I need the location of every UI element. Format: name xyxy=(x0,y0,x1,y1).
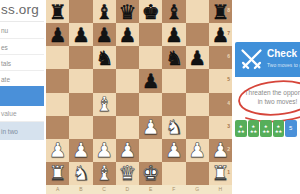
puzzle-tile-complete-3[interactable]: ★★★ xyxy=(260,120,272,137)
black-pawn[interactable]: ♟ xyxy=(118,25,136,45)
black-pawn[interactable]: ♟ xyxy=(142,71,160,91)
square-e4[interactable] xyxy=(139,93,162,116)
black-knight[interactable]: ♞ xyxy=(95,48,113,68)
sidebar-item[interactable]: in two xyxy=(0,122,44,140)
square-a3[interactable] xyxy=(46,116,69,139)
square-c1[interactable]: ♝ xyxy=(93,162,116,185)
black-queen[interactable]: ♛ xyxy=(118,2,136,22)
file-label-a: A xyxy=(53,186,63,192)
square-f3[interactable]: ♞ xyxy=(162,116,185,139)
square-d7[interactable]: ♟ xyxy=(116,23,139,46)
white-pawn[interactable]: ♟ xyxy=(165,140,183,160)
white-bishop[interactable]: ♝ xyxy=(95,94,113,114)
app-window: ss.org nu es tals ate value in two ♜♝♛♚♝… xyxy=(0,0,300,194)
puzzle-header: Check in two Two moves to give xyxy=(235,42,300,77)
site-logo[interactable]: ss.org xyxy=(1,2,39,17)
sidebar-item[interactable]: tals xyxy=(0,56,44,71)
square-b3[interactable] xyxy=(69,116,92,139)
board-squares: ♜♝♛♚♝♜♟♟♟♟♟♟♞♞♟♟♝♟♞♟♟♟♟♟♟♟♜♞♝♛♚♜ xyxy=(46,0,232,185)
square-f7[interactable]: ♟ xyxy=(162,23,185,46)
star-icons: ★★ xyxy=(248,129,260,134)
sidebar-item-menu[interactable]: nu xyxy=(0,23,44,39)
rank-label-4: 4 xyxy=(224,100,230,106)
puzzle-tile-complete-1[interactable]: ★★★ xyxy=(235,120,247,137)
square-c4[interactable]: ♝ xyxy=(93,93,116,116)
black-pawn[interactable]: ♟ xyxy=(49,25,67,45)
square-a5[interactable] xyxy=(46,69,69,92)
square-b6[interactable] xyxy=(69,46,92,69)
square-a6[interactable] xyxy=(46,46,69,69)
square-g8[interactable] xyxy=(186,0,209,23)
square-g1[interactable] xyxy=(186,162,209,185)
square-b5[interactable] xyxy=(69,69,92,92)
square-e3[interactable]: ♟ xyxy=(139,116,162,139)
square-d2[interactable]: ♟ xyxy=(116,139,139,162)
square-e7[interactable] xyxy=(139,23,162,46)
square-d4[interactable] xyxy=(116,93,139,116)
white-knight[interactable]: ♞ xyxy=(165,117,183,137)
rank-label-2: 2 xyxy=(224,146,230,152)
square-a7[interactable]: ♟ xyxy=(46,23,69,46)
square-d1[interactable]: ♛ xyxy=(116,162,139,185)
square-f6[interactable]: ♞ xyxy=(162,46,185,69)
chess-board: ♜♝♛♚♝♜♟♟♟♟♟♟♞♞♟♟♝♟♞♟♟♟♟♟♟♟♜♞♝♛♚♜ 8765432… xyxy=(46,0,232,194)
black-king[interactable]: ♚ xyxy=(142,2,160,22)
star-icons: ★★ xyxy=(273,129,285,134)
rank-label-7: 7 xyxy=(224,30,230,36)
black-pawn[interactable]: ♟ xyxy=(72,25,90,45)
file-label-d: D xyxy=(122,186,132,192)
puzzle-progress: ★★★★★★★★★★★★5 xyxy=(235,120,297,137)
square-c5[interactable] xyxy=(93,69,116,92)
square-d5[interactable] xyxy=(116,69,139,92)
square-a1[interactable]: ♜ xyxy=(46,162,69,185)
sidebar-item[interactable]: value xyxy=(0,106,44,122)
square-g5[interactable] xyxy=(186,69,209,92)
square-f4[interactable] xyxy=(162,93,185,116)
rank-label-3: 3 xyxy=(224,123,230,129)
divider xyxy=(0,21,44,22)
puzzle-hint: Threaten the opponent in two moves! xyxy=(235,88,300,106)
white-pawn[interactable]: ♟ xyxy=(188,140,206,160)
square-e8[interactable]: ♚ xyxy=(139,0,162,23)
square-f8[interactable]: ♝ xyxy=(162,0,185,23)
black-rook[interactable]: ♜ xyxy=(49,2,67,22)
square-d8[interactable]: ♛ xyxy=(116,0,139,23)
square-c3[interactable] xyxy=(93,116,116,139)
rank-label-5: 5 xyxy=(224,76,230,82)
square-b7[interactable]: ♟ xyxy=(69,23,92,46)
square-d3[interactable] xyxy=(116,116,139,139)
file-label-e: E xyxy=(146,186,156,192)
puzzle-tile-complete-2[interactable]: ★★★ xyxy=(248,120,260,137)
square-b2[interactable]: ♟ xyxy=(69,139,92,162)
square-g7[interactable] xyxy=(186,23,209,46)
white-pawn[interactable]: ♟ xyxy=(95,140,113,160)
square-g2[interactable]: ♟ xyxy=(186,139,209,162)
square-d6[interactable] xyxy=(116,46,139,69)
puzzle-title: Check in two xyxy=(267,48,300,59)
white-rook[interactable]: ♜ xyxy=(49,163,67,183)
puzzle-subtitle: Two moves to give xyxy=(267,62,300,68)
square-f2[interactable]: ♟ xyxy=(162,139,185,162)
square-a4[interactable] xyxy=(46,93,69,116)
square-c8[interactable]: ♝ xyxy=(93,0,116,23)
white-pawn[interactable]: ♟ xyxy=(72,140,90,160)
black-pawn[interactable]: ♟ xyxy=(95,25,113,45)
white-bishop[interactable]: ♝ xyxy=(95,163,113,183)
black-pawn[interactable]: ♟ xyxy=(165,25,183,45)
sidebar: ss.org nu es tals ate value in two xyxy=(0,0,46,194)
white-pawn[interactable]: ♟ xyxy=(118,140,136,160)
file-label-b: B xyxy=(76,186,86,192)
square-g4[interactable] xyxy=(186,93,209,116)
square-g3[interactable] xyxy=(186,116,209,139)
square-e2[interactable] xyxy=(139,139,162,162)
file-label-f: F xyxy=(169,186,179,192)
file-label-c: C xyxy=(99,186,109,192)
square-f5[interactable] xyxy=(162,69,185,92)
black-bishop[interactable]: ♝ xyxy=(165,2,183,22)
white-knight[interactable]: ♞ xyxy=(72,163,90,183)
file-label-g: G xyxy=(192,186,202,192)
file-coordinates: ABCDEFGH xyxy=(46,185,232,194)
black-knight[interactable]: ♞ xyxy=(165,48,183,68)
file-label-h: H xyxy=(215,186,225,192)
square-g6[interactable]: ♟ xyxy=(186,46,209,69)
square-a2[interactable]: ♟ xyxy=(46,139,69,162)
rank-label-1: 1 xyxy=(224,169,230,175)
square-c7[interactable]: ♟ xyxy=(93,23,116,46)
rank-label-6: 6 xyxy=(224,53,230,59)
square-b4[interactable] xyxy=(69,93,92,116)
rank-label-8: 8 xyxy=(224,7,230,13)
sidebar-item[interactable]: ate xyxy=(0,72,44,86)
square-e5[interactable]: ♟ xyxy=(139,69,162,92)
white-king[interactable]: ♚ xyxy=(142,163,160,183)
square-f1[interactable] xyxy=(162,162,185,185)
sidebar-item[interactable]: es xyxy=(0,40,44,55)
puzzle-tile-complete-4[interactable]: ★★★ xyxy=(273,120,285,137)
sidebar-item-selected[interactable] xyxy=(0,86,44,106)
square-e1[interactable]: ♚ xyxy=(139,162,162,185)
black-pawn[interactable]: ♟ xyxy=(188,48,206,68)
white-pawn[interactable]: ♟ xyxy=(142,117,160,137)
black-bishop[interactable]: ♝ xyxy=(95,2,113,22)
square-c6[interactable]: ♞ xyxy=(93,46,116,69)
white-queen[interactable]: ♛ xyxy=(118,163,136,183)
square-b1[interactable]: ♞ xyxy=(69,162,92,185)
square-b8[interactable] xyxy=(69,0,92,23)
square-c2[interactable]: ♟ xyxy=(93,139,116,162)
puzzle-tile-current[interactable]: 5 xyxy=(285,120,297,137)
white-pawn[interactable]: ♟ xyxy=(49,140,67,160)
square-e6[interactable] xyxy=(139,46,162,69)
square-a8[interactable]: ♜ xyxy=(46,0,69,23)
star-icons: ★★ xyxy=(260,129,272,134)
star-icons: ★★ xyxy=(235,129,247,134)
crossed-swords-icon xyxy=(238,46,265,73)
